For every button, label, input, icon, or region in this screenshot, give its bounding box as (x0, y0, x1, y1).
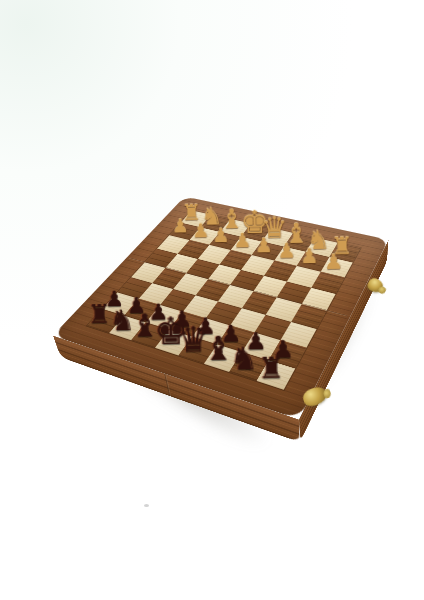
square-h7: ♟ (103, 292, 139, 315)
chess-board: ♜♞♝♚♛♝♞♜♟♟♟♟♟♟♟♟♟♟♟♟♟♟♟♟♜♞♝♚♛♝♞♜ (53, 197, 389, 420)
square-a1: ♜ (329, 243, 361, 263)
piece-white-rook-h1: ♜ (180, 201, 203, 223)
square-a8: ♜ (256, 360, 295, 390)
product-photo: ♜♞♝♚♛♝♞♜♟♟♟♟♟♟♟♟♟♟♟♟♟♟♟♟♜♞♝♚♛♝♞♜ (0, 0, 424, 600)
case-side-seam (164, 374, 171, 397)
piece-black-rook-h8: ♜ (86, 301, 113, 328)
square-h8: ♜ (87, 309, 124, 333)
board-3d-scene: ♜♞♝♚♛♝♞♜♟♟♟♟♟♟♟♟♟♟♟♟♟♟♟♟♜♞♝♚♛♝♞♜ (0, 0, 424, 600)
dust-speck (144, 504, 149, 507)
